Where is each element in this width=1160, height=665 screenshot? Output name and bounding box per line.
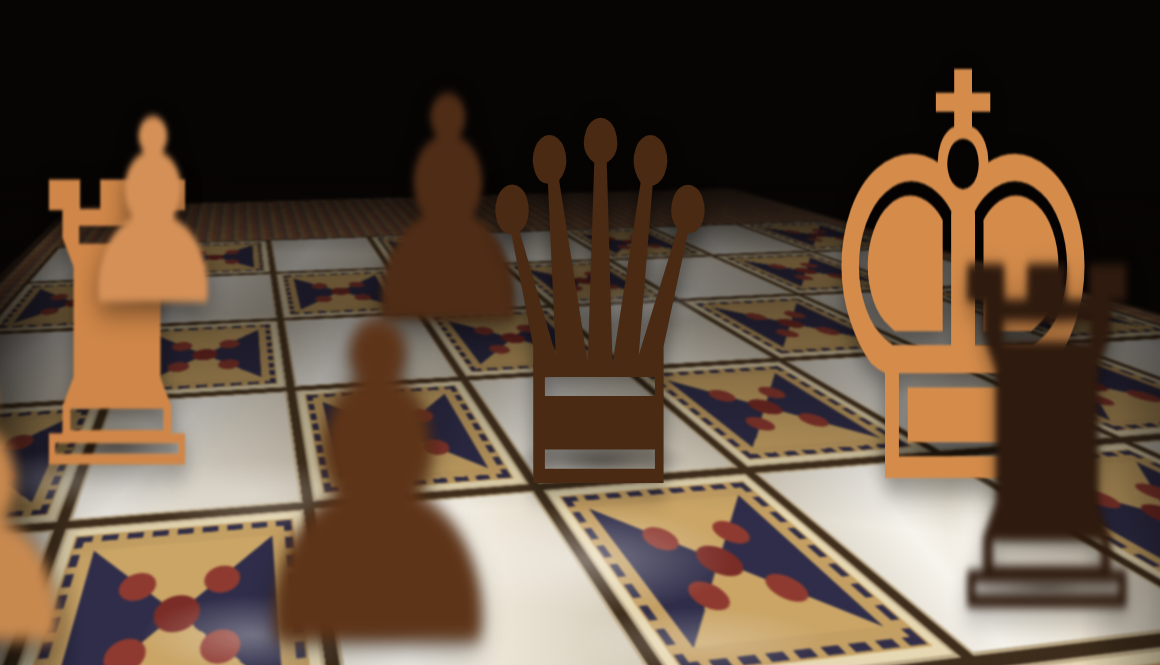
pieces-layer: ♜♟♟♛♚♜♟♟ [0,0,1160,665]
piece-black-pawn-c4[interactable]: ♟ [224,268,532,665]
chess-photo: ♜♟♟♛♚♜♟♟ [0,0,1160,665]
piece-white-pawn-a4[interactable]: ♟ [0,332,100,665]
piece-black-rook-g4[interactable]: ♜ [921,210,1160,665]
